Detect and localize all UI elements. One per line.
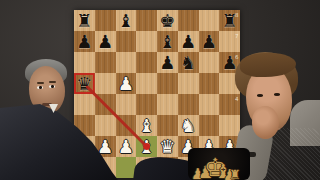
piece-bN-f6: ♞ bbox=[178, 52, 199, 73]
square-c5: ♟ bbox=[116, 73, 137, 94]
piece-bB-e7: ♝ bbox=[157, 31, 178, 52]
piece-bB-c8: ♝ bbox=[116, 10, 137, 31]
left-player-eye bbox=[49, 85, 55, 88]
piece-bP-f7: ♟ bbox=[178, 31, 199, 52]
square-c6 bbox=[116, 52, 137, 73]
square-h4 bbox=[219, 94, 240, 115]
square-a7: ♟ bbox=[74, 31, 95, 52]
square-c8: ♝ bbox=[116, 10, 137, 31]
square-e2: ♛ bbox=[157, 136, 178, 157]
square-d6 bbox=[136, 52, 157, 73]
square-f8 bbox=[178, 10, 199, 31]
piece-wP-c5: ♟ bbox=[116, 73, 137, 94]
right-player-eye bbox=[257, 94, 263, 97]
table-shadow bbox=[188, 148, 250, 180]
square-h3 bbox=[219, 115, 240, 136]
square-a8: ♜ bbox=[74, 10, 95, 31]
right-player-eye bbox=[274, 93, 280, 96]
square-e7: ♝ bbox=[157, 31, 178, 52]
square-g6 bbox=[199, 52, 220, 73]
square-g4 bbox=[199, 94, 220, 115]
square-d4 bbox=[136, 94, 157, 115]
square-c3 bbox=[116, 115, 137, 136]
square-f3: ♞ bbox=[178, 115, 199, 136]
piece-bR-a8: ♜ bbox=[74, 10, 95, 31]
right-player-fist bbox=[252, 106, 279, 139]
square-c4 bbox=[116, 94, 137, 115]
square-e4 bbox=[157, 94, 178, 115]
square-e8: ♚ bbox=[157, 10, 178, 31]
piece-wB-d2: ♝ bbox=[136, 136, 157, 157]
square-b6 bbox=[95, 52, 116, 73]
square-f4 bbox=[178, 94, 199, 115]
square-a6 bbox=[74, 52, 95, 73]
square-d2: ♝ bbox=[136, 136, 157, 157]
left-player-brow bbox=[49, 81, 56, 83]
square-g8 bbox=[199, 10, 220, 31]
piece-bQ-a5: ♛ bbox=[74, 73, 95, 94]
square-g7: ♟ bbox=[199, 31, 220, 52]
square-g5 bbox=[199, 73, 220, 94]
square-f7: ♟ bbox=[178, 31, 199, 52]
square-d8 bbox=[136, 10, 157, 31]
square-c2: ♟ bbox=[116, 136, 137, 157]
square-b5 bbox=[95, 73, 116, 94]
square-b3 bbox=[95, 115, 116, 136]
square-d7 bbox=[136, 31, 157, 52]
piece-wN-f3: ♞ bbox=[178, 115, 199, 136]
square-c7 bbox=[116, 31, 137, 52]
piece-bR-h8: ♜ bbox=[219, 10, 240, 31]
square-e6: ♟ bbox=[157, 52, 178, 73]
square-b8 bbox=[95, 10, 116, 31]
piece-bP-e6: ♟ bbox=[157, 52, 178, 73]
piece-bP-g7: ♟ bbox=[199, 31, 220, 52]
left-player-brow bbox=[37, 82, 44, 84]
square-d3: ♝ bbox=[136, 115, 157, 136]
square-h7 bbox=[219, 31, 240, 52]
square-e3 bbox=[157, 115, 178, 136]
piece-wB-d3: ♝ bbox=[136, 115, 157, 136]
square-b4 bbox=[95, 94, 116, 115]
piece-wQ-e2: ♛ bbox=[157, 136, 178, 157]
piece-bP-b7: ♟ bbox=[95, 31, 116, 52]
square-g3 bbox=[199, 115, 220, 136]
square-a4 bbox=[74, 94, 95, 115]
square-f6: ♞ bbox=[178, 52, 199, 73]
square-e5 bbox=[157, 73, 178, 94]
square-d5 bbox=[136, 73, 157, 94]
square-h8: ♜ bbox=[219, 10, 240, 31]
thumbnail-scene[interactable]: ♜♝♚♜♟♟♝♟♟♟♞♟♛♟♝♞♟♟♟♝♛♟♟♟♜♚♜87654 ♟♟♚♝♟♜ bbox=[0, 0, 320, 180]
square-a5: ♛ bbox=[74, 73, 95, 94]
piece-bP-a7: ♟ bbox=[74, 31, 95, 52]
square-b7: ♟ bbox=[95, 31, 116, 52]
piece-wP-c2: ♟ bbox=[116, 136, 137, 157]
square-f5 bbox=[178, 73, 199, 94]
left-player-eye bbox=[37, 86, 43, 89]
piece-bK-e8: ♚ bbox=[157, 10, 178, 31]
